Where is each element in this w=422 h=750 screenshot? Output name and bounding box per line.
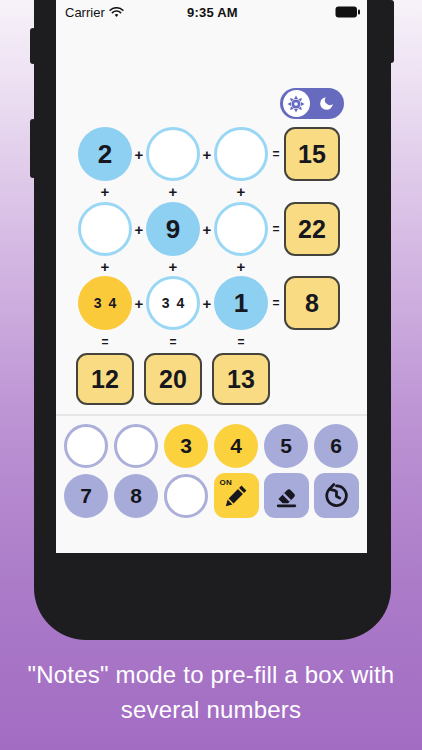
sun-icon	[285, 93, 307, 115]
eraser-button[interactable]	[264, 473, 309, 518]
moon-icon	[318, 95, 335, 112]
cell-r2c3[interactable]	[214, 202, 268, 256]
note-digit: 4	[177, 295, 185, 311]
undo-button[interactable]	[314, 473, 359, 518]
plus-operator: +	[169, 258, 178, 275]
cell-value: 1	[234, 288, 248, 319]
cell-r2c2[interactable]: 9	[146, 202, 200, 256]
caption: "Notes" mode to pre-fill a box with seve…	[0, 657, 422, 727]
cell-value: 9	[166, 214, 180, 245]
plus-operator: +	[203, 146, 212, 163]
key-9[interactable]	[164, 474, 208, 518]
row-sum-3: 8	[284, 276, 340, 330]
key-7[interactable]: 7	[64, 474, 108, 518]
col-sum-1: 12	[76, 353, 134, 405]
col-sum-2: 20	[144, 353, 202, 405]
note-digit: 3	[162, 295, 170, 311]
equals-operator: =	[101, 335, 108, 349]
plus-operator: +	[237, 258, 246, 275]
plus-operator: +	[135, 146, 144, 163]
cell-r2c1[interactable]	[78, 202, 132, 256]
note-digit: 3	[94, 295, 102, 311]
keypad: 3 4 5 6 7 8 ON	[64, 424, 358, 518]
wifi-icon	[109, 7, 124, 18]
cell-r3c1-selected[interactable]: 3 4	[78, 276, 132, 330]
notes-mode-button[interactable]: ON	[214, 473, 259, 518]
puzzle-board: 2 + + = 15 + + + + 9 + = 22 + + + 3 4 + …	[78, 127, 340, 405]
row-sum-1: 15	[284, 127, 340, 181]
undo-history-icon	[322, 481, 351, 510]
key-4[interactable]: 4	[214, 424, 258, 468]
plus-operator: +	[203, 221, 212, 238]
light-mode-option[interactable]	[283, 90, 310, 117]
notes-on-badge: ON	[220, 478, 233, 487]
keypad-divider	[56, 414, 367, 416]
key-2[interactable]	[114, 424, 158, 468]
battery-icon	[335, 6, 360, 18]
dark-mode-option[interactable]	[310, 95, 345, 112]
plus-operator: +	[135, 221, 144, 238]
col-sum-3: 13	[212, 353, 270, 405]
key-6[interactable]: 6	[314, 424, 358, 468]
key-1[interactable]	[64, 424, 108, 468]
cell-r3c2[interactable]: 3 4	[146, 276, 200, 330]
eraser-icon	[273, 482, 300, 509]
plus-operator: +	[203, 295, 212, 312]
plus-operator: +	[101, 258, 110, 275]
cell-r1c3[interactable]	[214, 127, 268, 181]
equals-operator: =	[272, 147, 279, 161]
note-digit: 4	[109, 295, 117, 311]
key-5[interactable]: 5	[264, 424, 308, 468]
status-bar: Carrier 9:35 AM	[56, 0, 367, 22]
equals-operator: =	[237, 335, 244, 349]
equals-operator: =	[169, 335, 176, 349]
plus-operator: +	[237, 183, 246, 200]
theme-toggle[interactable]	[280, 88, 344, 119]
app-screen: Carrier 9:35 AM	[56, 0, 367, 553]
equals-operator: =	[272, 222, 279, 236]
plus-operator: +	[135, 295, 144, 312]
plus-operator: +	[101, 183, 110, 200]
clock: 9:35 AM	[163, 5, 261, 20]
cell-r1c1[interactable]: 2	[78, 127, 132, 181]
key-3[interactable]: 3	[164, 424, 208, 468]
equals-operator: =	[272, 296, 279, 310]
caption-line-2: several numbers	[0, 692, 422, 727]
caption-line-1: "Notes" mode to pre-fill a box with	[0, 657, 422, 692]
cell-r3c3[interactable]: 1	[214, 276, 268, 330]
row-sum-2: 22	[284, 202, 340, 256]
cell-value: 2	[98, 139, 112, 170]
carrier-label: Carrier	[65, 5, 105, 20]
key-8[interactable]: 8	[114, 474, 158, 518]
plus-operator: +	[169, 183, 178, 200]
cell-r1c2[interactable]	[146, 127, 200, 181]
